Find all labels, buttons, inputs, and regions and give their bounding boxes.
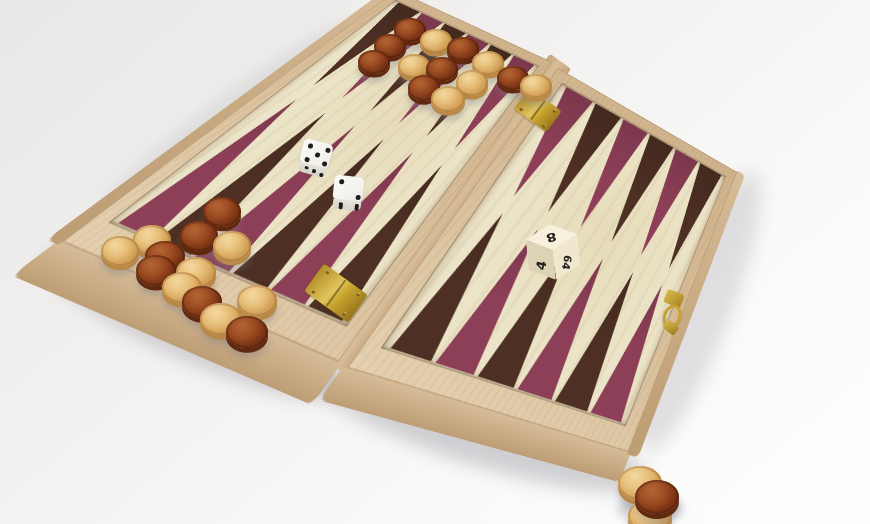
die-pip [319, 173, 323, 177]
hinge-screw [541, 123, 547, 129]
hinge-screw [325, 269, 331, 275]
die-pip [338, 205, 342, 209]
die-pip [307, 142, 314, 149]
die-pip [324, 147, 331, 154]
white-die-2[interactable] [331, 175, 365, 214]
die-pip [304, 165, 308, 169]
hinge-screw [519, 106, 525, 112]
light-checker[interactable] [213, 231, 252, 261]
dark-checker[interactable] [226, 316, 268, 349]
hinge-screw [342, 311, 348, 317]
hinge-screw [311, 289, 317, 295]
die-pip [338, 178, 344, 184]
product-photo-scene: 8464 [0, 0, 870, 524]
die-pip [314, 151, 321, 158]
die-pip [355, 194, 361, 200]
die-front-face [332, 199, 361, 212]
light-checker[interactable] [520, 74, 552, 99]
doubling-cube[interactable]: 8464 [524, 221, 582, 282]
die-pip [312, 169, 316, 173]
dark-checker[interactable] [358, 50, 390, 75]
light-checker[interactable] [101, 236, 140, 266]
hinge-screw [552, 108, 558, 114]
hinge-screw [355, 292, 361, 298]
light-checker[interactable] [237, 285, 277, 316]
light-checker[interactable] [431, 86, 465, 112]
die-pip [355, 207, 359, 211]
